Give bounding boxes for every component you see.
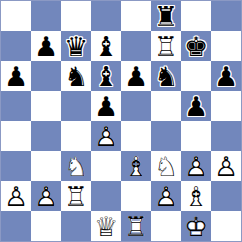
black-pawn-icon: ♟	[121, 61, 151, 91]
square-e8[interactable]	[121, 1, 151, 31]
square-g6[interactable]	[181, 61, 211, 91]
square-b7[interactable]: ♟	[31, 31, 61, 61]
square-e6[interactable]: ♟	[121, 61, 151, 91]
square-f1[interactable]	[151, 211, 181, 241]
square-a8[interactable]	[1, 1, 31, 31]
square-a3[interactable]	[1, 151, 31, 181]
square-d1[interactable]: ♛♕	[91, 211, 121, 241]
square-e7[interactable]	[121, 31, 151, 61]
square-f8[interactable]: ♜	[151, 1, 181, 31]
white-rook-icon: ♜♖	[61, 181, 91, 211]
chess-board: ♜♟♛♝♜♖♚♟♞♝♟♞♟♟♟♟♙♞♘♝♗♞♘♟♙♟♙♟♙♟♙♜♖♟♙♝♗♛♕♜…	[0, 0, 242, 242]
black-knight-icon: ♞	[61, 61, 91, 91]
square-c6[interactable]: ♞	[61, 61, 91, 91]
square-a1[interactable]	[1, 211, 31, 241]
square-a2[interactable]: ♟♙	[1, 181, 31, 211]
square-d8[interactable]	[91, 1, 121, 31]
square-e5[interactable]	[121, 91, 151, 121]
square-h7[interactable]	[211, 31, 241, 61]
black-knight-icon: ♞	[151, 61, 181, 91]
square-b3[interactable]	[31, 151, 61, 181]
white-bishop-icon: ♝♗	[121, 151, 151, 181]
square-h1[interactable]	[211, 211, 241, 241]
square-h8[interactable]	[211, 1, 241, 31]
square-b1[interactable]	[31, 211, 61, 241]
square-h3[interactable]: ♟♙	[211, 151, 241, 181]
square-d6[interactable]: ♝	[91, 61, 121, 91]
square-f3[interactable]: ♞♘	[151, 151, 181, 181]
square-f4[interactable]	[151, 121, 181, 151]
black-pawn-icon: ♟	[1, 61, 31, 91]
black-pawn-icon: ♟	[31, 31, 61, 61]
white-king-icon: ♚♔	[181, 211, 211, 241]
square-c3[interactable]: ♞♘	[61, 151, 91, 181]
white-knight-icon: ♞♘	[151, 151, 181, 181]
square-f5[interactable]	[151, 91, 181, 121]
black-pawn-icon: ♟	[211, 61, 241, 91]
square-g4[interactable]	[181, 121, 211, 151]
white-pawn-icon: ♟♙	[181, 151, 211, 181]
square-h2[interactable]	[211, 181, 241, 211]
white-rook-icon: ♜♖	[121, 211, 151, 241]
square-c4[interactable]	[61, 121, 91, 151]
white-rook-icon: ♜♖	[151, 31, 181, 61]
square-g1[interactable]: ♚♔	[181, 211, 211, 241]
square-f7[interactable]: ♜♖	[151, 31, 181, 61]
black-pawn-icon: ♟	[91, 91, 121, 121]
square-b5[interactable]	[31, 91, 61, 121]
square-b6[interactable]	[31, 61, 61, 91]
black-king-icon: ♚	[181, 31, 211, 61]
square-c2[interactable]: ♜♖	[61, 181, 91, 211]
square-d2[interactable]	[91, 181, 121, 211]
black-bishop-icon: ♝	[91, 61, 121, 91]
square-c1[interactable]	[61, 211, 91, 241]
square-e2[interactable]	[121, 181, 151, 211]
square-d4[interactable]: ♟♙	[91, 121, 121, 151]
square-c8[interactable]	[61, 1, 91, 31]
square-d3[interactable]	[91, 151, 121, 181]
white-pawn-icon: ♟♙	[91, 121, 121, 151]
square-e3[interactable]: ♝♗	[121, 151, 151, 181]
white-knight-icon: ♞♘	[61, 151, 91, 181]
square-d7[interactable]: ♝	[91, 31, 121, 61]
square-h4[interactable]	[211, 121, 241, 151]
square-b2[interactable]: ♟♙	[31, 181, 61, 211]
square-c5[interactable]	[61, 91, 91, 121]
square-e4[interactable]	[121, 121, 151, 151]
square-b4[interactable]	[31, 121, 61, 151]
square-g3[interactable]: ♟♙	[181, 151, 211, 181]
black-pawn-icon: ♟	[181, 91, 211, 121]
square-g7[interactable]: ♚	[181, 31, 211, 61]
square-h6[interactable]: ♟	[211, 61, 241, 91]
square-e1[interactable]: ♜♖	[121, 211, 151, 241]
square-f2[interactable]: ♟♙	[151, 181, 181, 211]
white-pawn-icon: ♟♙	[211, 151, 241, 181]
square-a7[interactable]	[1, 31, 31, 61]
black-bishop-icon: ♝	[91, 31, 121, 61]
white-pawn-icon: ♟♙	[31, 181, 61, 211]
square-h5[interactable]	[211, 91, 241, 121]
square-b8[interactable]	[31, 1, 61, 31]
white-pawn-icon: ♟♙	[151, 181, 181, 211]
white-queen-icon: ♛♕	[91, 211, 121, 241]
black-queen-icon: ♛	[61, 31, 91, 61]
square-a5[interactable]	[1, 91, 31, 121]
square-f6[interactable]: ♞	[151, 61, 181, 91]
square-a6[interactable]: ♟	[1, 61, 31, 91]
black-rook-icon: ♜	[151, 1, 181, 31]
square-g2[interactable]: ♝♗	[181, 181, 211, 211]
square-d5[interactable]: ♟	[91, 91, 121, 121]
square-g8[interactable]	[181, 1, 211, 31]
white-pawn-icon: ♟♙	[1, 181, 31, 211]
square-c7[interactable]: ♛	[61, 31, 91, 61]
white-bishop-icon: ♝♗	[181, 181, 211, 211]
square-a4[interactable]	[1, 121, 31, 151]
square-g5[interactable]: ♟	[181, 91, 211, 121]
